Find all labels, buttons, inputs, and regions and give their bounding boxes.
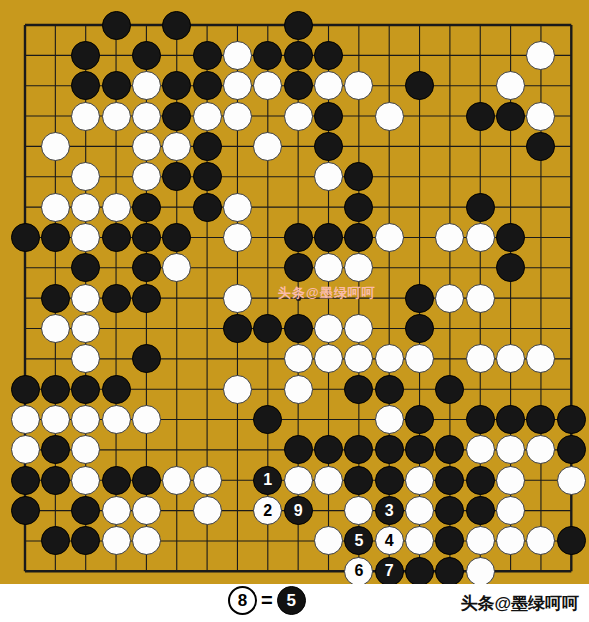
stone-white xyxy=(193,466,222,495)
stone-white xyxy=(526,102,555,131)
stone-white xyxy=(466,557,495,586)
equals-sign: = xyxy=(261,589,273,612)
stone-black xyxy=(162,11,191,40)
stone-white xyxy=(223,71,252,100)
stone-black xyxy=(102,11,131,40)
stone-white xyxy=(314,466,343,495)
stone-black xyxy=(314,41,343,70)
caption-strip: 8 = 5 头条@墨绿呵呵 xyxy=(0,584,589,622)
stone-white xyxy=(11,405,40,434)
stone-white xyxy=(435,284,464,313)
stone-white xyxy=(193,102,222,131)
stone-black xyxy=(466,496,495,525)
stone-black xyxy=(344,193,373,222)
stone-black xyxy=(284,71,313,100)
stone-white xyxy=(314,71,343,100)
stone-black xyxy=(11,223,40,252)
stone-white xyxy=(466,435,495,464)
stone-white xyxy=(132,132,161,161)
stone-white xyxy=(102,193,131,222)
stone-white xyxy=(223,223,252,252)
stone-black xyxy=(375,466,404,495)
stone-white xyxy=(375,344,404,373)
stone-black xyxy=(284,253,313,282)
stone-white xyxy=(132,102,161,131)
stone-black xyxy=(132,223,161,252)
stone-white xyxy=(162,466,191,495)
stone-black xyxy=(132,284,161,313)
stone-black xyxy=(344,375,373,404)
credit-text: 头条@墨绿呵呵 xyxy=(460,592,579,615)
stone-white xyxy=(11,435,40,464)
numbered-stone-4: 4 xyxy=(375,526,404,555)
stone-black xyxy=(405,405,434,434)
stone-black xyxy=(466,102,495,131)
numbered-stone-3: 3 xyxy=(375,496,404,525)
stone-black xyxy=(466,466,495,495)
numbered-stone-7: 7 xyxy=(375,557,404,586)
stone-black xyxy=(284,314,313,343)
stone-white xyxy=(466,526,495,555)
stone-white xyxy=(223,102,252,131)
numbered-stone-6: 6 xyxy=(344,557,373,586)
stone-white xyxy=(466,223,495,252)
stone-black xyxy=(162,102,191,131)
stone-black xyxy=(132,253,161,282)
stone-white xyxy=(71,193,100,222)
stone-black xyxy=(223,314,252,343)
stone-white xyxy=(71,284,100,313)
stone-black xyxy=(11,466,40,495)
stone-black xyxy=(284,223,313,252)
black-stone-5-icon: 5 xyxy=(277,586,306,615)
stone-black xyxy=(193,162,222,191)
stone-black xyxy=(314,223,343,252)
stone-black xyxy=(11,375,40,404)
stone-black xyxy=(132,466,161,495)
stone-black xyxy=(41,223,70,252)
stone-white xyxy=(466,344,495,373)
stone-white xyxy=(253,132,282,161)
stone-white xyxy=(132,496,161,525)
stone-white xyxy=(466,284,495,313)
stone-black xyxy=(405,314,434,343)
stone-black xyxy=(102,284,131,313)
stone-white xyxy=(132,162,161,191)
stone-black xyxy=(557,405,586,434)
go-board: 12935467 头条@墨绿呵呵 xyxy=(0,0,589,584)
stone-black xyxy=(405,284,434,313)
stone-white xyxy=(102,526,131,555)
stone-black xyxy=(41,284,70,313)
stone-black xyxy=(496,405,525,434)
watermark-text: 头条@墨绿呵呵 xyxy=(278,284,376,302)
stone-black xyxy=(405,557,434,586)
stone-black xyxy=(162,223,191,252)
stone-white xyxy=(102,496,131,525)
stone-white xyxy=(71,466,100,495)
stone-white xyxy=(314,314,343,343)
stone-white xyxy=(223,284,252,313)
go-diagram: 12935467 头条@墨绿呵呵 8 = 5 头条@墨绿呵呵 xyxy=(0,0,589,622)
stone-white xyxy=(102,405,131,434)
stone-black xyxy=(193,41,222,70)
stone-black xyxy=(284,11,313,40)
stone-white xyxy=(223,41,252,70)
stone-white xyxy=(284,375,313,404)
numbered-stone-1: 1 xyxy=(253,466,282,495)
stone-black xyxy=(557,435,586,464)
stone-black xyxy=(71,41,100,70)
stone-white xyxy=(132,405,161,434)
stone-black xyxy=(435,375,464,404)
numbered-stone-9: 9 xyxy=(284,496,313,525)
stone-white xyxy=(375,102,404,131)
stone-white xyxy=(162,132,191,161)
stone-white xyxy=(405,466,434,495)
stone-white xyxy=(223,193,252,222)
stone-white xyxy=(102,102,131,131)
stone-black xyxy=(466,193,495,222)
white-stone-8-icon: 8 xyxy=(228,586,257,615)
stone-black xyxy=(435,557,464,586)
stone-white xyxy=(41,405,70,434)
stone-black xyxy=(284,435,313,464)
stone-black xyxy=(102,223,131,252)
move-equivalence-annotation: 8 = 5 xyxy=(228,586,306,615)
stone-black xyxy=(71,375,100,404)
stone-black xyxy=(193,132,222,161)
stone-white xyxy=(193,496,222,525)
stone-white xyxy=(223,375,252,404)
stone-black xyxy=(314,132,343,161)
stone-black xyxy=(193,193,222,222)
stone-black xyxy=(375,435,404,464)
stone-black xyxy=(253,41,282,70)
stone-white xyxy=(41,314,70,343)
stone-black xyxy=(132,193,161,222)
stone-black xyxy=(344,466,373,495)
stone-white xyxy=(284,466,313,495)
stone-black xyxy=(41,375,70,404)
stone-black xyxy=(102,71,131,100)
stone-black xyxy=(466,405,495,434)
stone-white xyxy=(375,223,404,252)
stone-black xyxy=(435,466,464,495)
stone-black xyxy=(41,466,70,495)
stone-white xyxy=(41,193,70,222)
stone-black xyxy=(102,375,131,404)
stone-white xyxy=(71,102,100,131)
stone-white xyxy=(496,496,525,525)
stone-black xyxy=(132,41,161,70)
stone-black xyxy=(496,102,525,131)
stone-white xyxy=(41,132,70,161)
stone-black xyxy=(375,375,404,404)
stone-black xyxy=(496,223,525,252)
stone-white xyxy=(71,223,100,252)
stone-white xyxy=(557,466,586,495)
stone-black xyxy=(284,41,313,70)
stone-black xyxy=(102,466,131,495)
stone-black xyxy=(314,102,343,131)
stone-white xyxy=(132,71,161,100)
stone-white xyxy=(284,102,313,131)
stone-white xyxy=(405,496,434,525)
stone-white xyxy=(71,314,100,343)
stone-black xyxy=(193,71,222,100)
stone-black xyxy=(11,496,40,525)
stone-white xyxy=(375,405,404,434)
stone-white xyxy=(496,466,525,495)
stone-white xyxy=(284,344,313,373)
